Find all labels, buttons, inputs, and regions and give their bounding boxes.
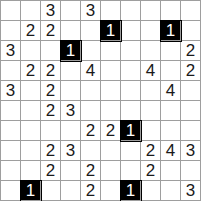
cell-r7c4[interactable]	[81, 141, 101, 161]
cell-r5c1[interactable]	[21, 101, 41, 121]
cell-r5c8[interactable]	[161, 101, 181, 121]
cell-r2c1[interactable]	[21, 41, 41, 61]
cell-r9c8[interactable]	[161, 181, 181, 201]
cell-r6c9[interactable]	[181, 121, 201, 141]
cell-r6c8[interactable]	[161, 121, 181, 141]
cell-r6c5[interactable]: 2	[101, 121, 121, 141]
cell-r7c2[interactable]: 2	[41, 141, 61, 161]
cell-r3c3[interactable]	[61, 61, 81, 81]
cell-r1c9[interactable]	[181, 21, 201, 41]
puzzle-board: 3322113122244232423221232432221213	[0, 0, 201, 201]
cell-r0c2[interactable]: 3	[41, 1, 61, 21]
cell-r5c0[interactable]	[1, 101, 21, 121]
cell-r3c2[interactable]: 2	[41, 61, 61, 81]
cell-r1c7[interactable]	[141, 21, 161, 41]
cell-r5c9[interactable]	[181, 101, 201, 121]
cell-r2c7[interactable]	[141, 41, 161, 61]
cell-r7c0[interactable]	[1, 141, 21, 161]
cell-r8c0[interactable]	[1, 161, 21, 181]
cell-r4c8[interactable]: 4	[161, 81, 181, 101]
cell-r9c3[interactable]	[61, 181, 81, 201]
cell-r4c1[interactable]	[21, 81, 41, 101]
cell-r9c0[interactable]	[1, 181, 21, 201]
cell-r0c6[interactable]	[121, 1, 141, 21]
cell-r9c9[interactable]: 3	[181, 181, 201, 201]
cell-r2c9[interactable]: 2	[181, 41, 201, 61]
cell-r4c5[interactable]	[101, 81, 121, 101]
cell-r0c5[interactable]	[101, 1, 121, 21]
cell-r5c5[interactable]	[101, 101, 121, 121]
cell-r6c1[interactable]	[21, 121, 41, 141]
cell-r1c3[interactable]	[61, 21, 81, 41]
cell-r5c6[interactable]	[121, 101, 141, 121]
cell-r3c4[interactable]: 4	[81, 61, 101, 81]
cell-r6c2[interactable]	[41, 121, 61, 141]
cell-r4c6[interactable]	[121, 81, 141, 101]
cell-r7c3[interactable]: 3	[61, 141, 81, 161]
cell-r8c1[interactable]	[21, 161, 41, 181]
cell-r8c5[interactable]	[101, 161, 121, 181]
cell-r9c2[interactable]	[41, 181, 61, 201]
cell-r8c8[interactable]	[161, 161, 181, 181]
black-clue-cell-r9c1[interactable]: 1	[21, 181, 41, 201]
cell-r3c5[interactable]	[101, 61, 121, 81]
cell-r2c6[interactable]	[121, 41, 141, 61]
cell-r3c0[interactable]	[1, 61, 21, 81]
cell-r4c4[interactable]	[81, 81, 101, 101]
cell-r3c9[interactable]: 2	[181, 61, 201, 81]
cell-r7c5[interactable]	[101, 141, 121, 161]
cell-r0c4[interactable]: 3	[81, 1, 101, 21]
cell-r5c7[interactable]	[141, 101, 161, 121]
cell-r1c6[interactable]	[121, 21, 141, 41]
cell-r1c1[interactable]: 2	[21, 21, 41, 41]
cell-r8c6[interactable]	[121, 161, 141, 181]
cell-r7c1[interactable]	[21, 141, 41, 161]
cell-r7c9[interactable]: 3	[181, 141, 201, 161]
cell-r4c7[interactable]	[141, 81, 161, 101]
cell-r5c2[interactable]: 2	[41, 101, 61, 121]
cell-r1c2[interactable]: 2	[41, 21, 61, 41]
cell-r6c0[interactable]	[1, 121, 21, 141]
cell-r2c4[interactable]	[81, 41, 101, 61]
cell-r2c8[interactable]	[161, 41, 181, 61]
cell-r0c1[interactable]	[21, 1, 41, 21]
cell-r8c9[interactable]	[181, 161, 201, 181]
cell-r4c2[interactable]: 2	[41, 81, 61, 101]
cell-r1c0[interactable]	[1, 21, 21, 41]
cell-r0c0[interactable]	[1, 1, 21, 21]
cell-r0c3[interactable]	[61, 1, 81, 21]
cell-r6c7[interactable]	[141, 121, 161, 141]
cell-r7c8[interactable]: 4	[161, 141, 181, 161]
black-clue-cell-r9c6[interactable]: 1	[121, 181, 141, 201]
cell-r5c3[interactable]: 3	[61, 101, 81, 121]
cell-r4c3[interactable]	[61, 81, 81, 101]
cell-r8c7[interactable]: 2	[141, 161, 161, 181]
cell-r3c7[interactable]: 4	[141, 61, 161, 81]
cell-r2c5[interactable]	[101, 41, 121, 61]
cell-r0c9[interactable]	[181, 1, 201, 21]
black-clue-cell-r1c8[interactable]: 1	[161, 21, 181, 41]
cell-r8c2[interactable]: 2	[41, 161, 61, 181]
cell-r5c4[interactable]	[81, 101, 101, 121]
cell-r9c4[interactable]: 2	[81, 181, 101, 201]
black-clue-cell-r1c5[interactable]: 1	[101, 21, 121, 41]
cell-r0c7[interactable]	[141, 1, 161, 21]
cell-r9c7[interactable]	[141, 181, 161, 201]
cell-r3c1[interactable]: 2	[21, 61, 41, 81]
cell-r0c8[interactable]	[161, 1, 181, 21]
cell-r4c0[interactable]: 3	[1, 81, 21, 101]
cell-r3c6[interactable]	[121, 61, 141, 81]
cell-r1c4[interactable]	[81, 21, 101, 41]
black-clue-cell-r2c3[interactable]: 1	[61, 41, 81, 61]
cell-r6c3[interactable]	[61, 121, 81, 141]
cell-r4c9[interactable]	[181, 81, 201, 101]
cell-r2c0[interactable]: 3	[1, 41, 21, 61]
cell-r8c3[interactable]	[61, 161, 81, 181]
cell-r3c8[interactable]	[161, 61, 181, 81]
cell-r7c7[interactable]: 2	[141, 141, 161, 161]
black-clue-cell-r6c6[interactable]: 1	[121, 121, 141, 141]
cell-r8c4[interactable]: 2	[81, 161, 101, 181]
cell-r2c2[interactable]	[41, 41, 61, 61]
cell-r9c5[interactable]	[101, 181, 121, 201]
cell-r7c6[interactable]	[121, 141, 141, 161]
cell-r6c4[interactable]: 2	[81, 121, 101, 141]
